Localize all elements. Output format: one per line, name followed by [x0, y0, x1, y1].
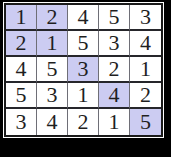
figure-wrapper: 1245321534453215314234215: [3, 2, 164, 138]
cell-r4c4: 4: [99, 83, 130, 109]
cell-r3c4: 2: [99, 57, 130, 83]
cell-r5c3: 2: [68, 109, 99, 135]
cell-r2c2: 1: [37, 31, 68, 57]
cell-r4c2: 3: [37, 83, 68, 109]
cell-r5c1: 3: [6, 109, 37, 135]
cell-r3c2: 5: [37, 57, 68, 83]
cell-r5c2: 4: [37, 109, 68, 135]
cell-r3c1: 4: [6, 57, 37, 83]
cell-r1c3: 4: [68, 5, 99, 31]
cell-r3c5: 1: [130, 57, 161, 83]
cell-r4c1: 5: [6, 83, 37, 109]
cell-r2c5: 4: [130, 31, 161, 57]
cell-r4c5: 2: [130, 83, 161, 109]
cell-r2c1: 2: [6, 31, 37, 57]
cell-r2c3: 5: [68, 31, 99, 57]
cell-r4c3: 1: [68, 83, 99, 109]
cell-r5c4: 1: [99, 109, 130, 135]
cell-r1c4: 5: [99, 5, 130, 31]
cell-r2c4: 3: [99, 31, 130, 57]
cell-r5c5: 5: [130, 109, 161, 135]
cell-r3c3: 3: [68, 57, 99, 83]
cell-r1c2: 2: [37, 5, 68, 31]
cell-r1c5: 3: [130, 5, 161, 31]
latin-square-board: 1245321534453215314234215: [4, 3, 163, 137]
cell-r1c1: 1: [6, 5, 37, 31]
